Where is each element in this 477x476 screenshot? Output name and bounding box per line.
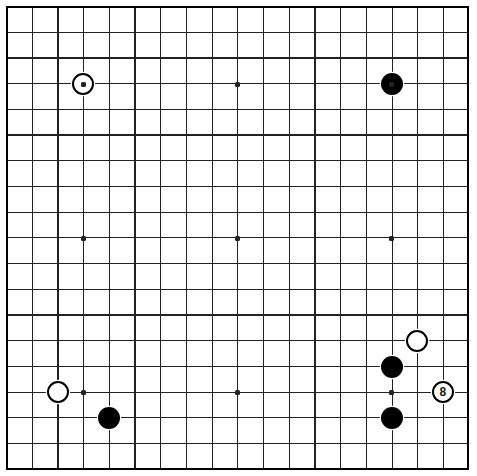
- white-stone-R6: [406, 330, 428, 352]
- star-point: [389, 82, 394, 87]
- star-point: [235, 390, 240, 395]
- black-stone-Q3: [381, 407, 403, 429]
- black-stone-E3: [98, 407, 120, 429]
- star-point: [235, 82, 240, 87]
- white-stone-S4: 8: [432, 381, 454, 403]
- star-point: [389, 236, 394, 241]
- black-stone-Q5: [381, 356, 403, 378]
- move-number-label: 8: [440, 386, 447, 398]
- star-point: [81, 82, 86, 87]
- star-point: [81, 390, 86, 395]
- star-point: [235, 236, 240, 241]
- star-point: [389, 390, 394, 395]
- star-point: [81, 236, 86, 241]
- go-board[interactable]: 8: [0, 0, 477, 476]
- white-stone-C4: [47, 381, 69, 403]
